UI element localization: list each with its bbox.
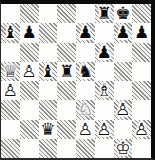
- square-a4[interactable]: ♙: [1, 81, 20, 100]
- square-f4[interactable]: ♗: [95, 81, 114, 100]
- square-e1[interactable]: [76, 139, 95, 158]
- piece-white-bishop: ♗: [97, 82, 112, 99]
- piece-white-pawn: ♙: [78, 121, 93, 138]
- chess-board: ♜♚♝♟♟♟♟♟♕♙♝♜♞♙♗♘♙♛♙♙♙♔: [1, 4, 151, 158]
- square-h3[interactable]: [132, 100, 151, 119]
- square-h8[interactable]: [132, 4, 151, 23]
- square-b1[interactable]: [20, 139, 39, 158]
- piece-black-pawn: ♟: [115, 24, 130, 41]
- square-d8[interactable]: [57, 4, 76, 23]
- square-g1[interactable]: ♔: [114, 139, 133, 158]
- square-b8[interactable]: [20, 4, 39, 23]
- square-b6[interactable]: [20, 43, 39, 62]
- square-d2[interactable]: [57, 120, 76, 139]
- square-c2[interactable]: ♛: [39, 120, 58, 139]
- square-e3[interactable]: ♘: [76, 100, 95, 119]
- square-c7[interactable]: [39, 23, 58, 42]
- square-a1[interactable]: [1, 139, 20, 158]
- square-c4[interactable]: [39, 81, 58, 100]
- square-d4[interactable]: [57, 81, 76, 100]
- square-f6[interactable]: ♟: [95, 43, 114, 62]
- square-g5[interactable]: [114, 62, 133, 81]
- square-g2[interactable]: [114, 120, 133, 139]
- square-a3[interactable]: [1, 100, 20, 119]
- piece-black-king: ♚: [115, 5, 130, 22]
- square-b3[interactable]: [20, 100, 39, 119]
- square-d7[interactable]: [57, 23, 76, 42]
- square-f8[interactable]: ♜: [95, 4, 114, 23]
- square-e4[interactable]: [76, 81, 95, 100]
- square-h2[interactable]: ♙: [132, 120, 151, 139]
- square-g4[interactable]: [114, 81, 133, 100]
- square-h4[interactable]: [132, 81, 151, 100]
- square-g3[interactable]: ♙: [114, 100, 133, 119]
- square-d1[interactable]: [57, 139, 76, 158]
- square-g6[interactable]: [114, 43, 133, 62]
- piece-black-pawn: ♟: [97, 44, 112, 61]
- square-c8[interactable]: [39, 4, 58, 23]
- square-b7[interactable]: ♟: [20, 23, 39, 42]
- piece-white-pawn: ♙: [97, 121, 112, 138]
- square-e6[interactable]: [76, 43, 95, 62]
- square-a2[interactable]: [1, 120, 20, 139]
- square-a7[interactable]: ♝: [1, 23, 20, 42]
- square-b2[interactable]: [20, 120, 39, 139]
- square-b4[interactable]: [20, 81, 39, 100]
- square-h6[interactable]: [132, 43, 151, 62]
- piece-black-bishop: ♝: [40, 63, 55, 80]
- piece-white-knight: ♘: [78, 101, 93, 118]
- chess-diagram: ♜♚♝♟♟♟♟♟♕♙♝♜♞♙♗♘♙♛♙♙♙♔: [0, 0, 155, 160]
- square-f1[interactable]: [95, 139, 114, 158]
- piece-white-pawn: ♙: [115, 101, 130, 118]
- piece-black-pawn: ♟: [134, 24, 149, 41]
- piece-black-rook: ♜: [97, 5, 112, 22]
- square-c5[interactable]: ♝: [39, 62, 58, 81]
- square-b5[interactable]: ♙: [20, 62, 39, 81]
- square-e2[interactable]: ♙: [76, 120, 95, 139]
- square-c6[interactable]: [39, 43, 58, 62]
- square-e5[interactable]: ♞: [76, 62, 95, 81]
- square-c3[interactable]: [39, 100, 58, 119]
- piece-black-bishop: ♝: [3, 24, 18, 41]
- piece-black-queen: ♛: [40, 121, 55, 138]
- piece-white-pawn: ♙: [134, 121, 149, 138]
- piece-black-pawn: ♟: [78, 24, 93, 41]
- square-e8[interactable]: [76, 4, 95, 23]
- square-a8[interactable]: [1, 4, 20, 23]
- square-a6[interactable]: [1, 43, 20, 62]
- square-d5[interactable]: ♜: [57, 62, 76, 81]
- square-h1[interactable]: [132, 139, 151, 158]
- piece-black-knight: ♞: [78, 63, 93, 80]
- square-d3[interactable]: [57, 100, 76, 119]
- square-a5[interactable]: ♕: [1, 62, 20, 81]
- piece-white-pawn: ♙: [22, 63, 37, 80]
- piece-black-rook: ♜: [59, 63, 74, 80]
- square-f3[interactable]: [95, 100, 114, 119]
- piece-white-pawn: ♙: [3, 82, 18, 99]
- square-h5[interactable]: [132, 62, 151, 81]
- piece-white-king: ♔: [115, 140, 130, 157]
- square-e7[interactable]: ♟: [76, 23, 95, 42]
- square-h7[interactable]: ♟: [132, 23, 151, 42]
- square-c1[interactable]: [39, 139, 58, 158]
- square-g8[interactable]: ♚: [114, 4, 133, 23]
- piece-black-pawn: ♟: [22, 24, 37, 41]
- square-g7[interactable]: ♟: [114, 23, 133, 42]
- piece-white-queen: ♕: [3, 63, 18, 80]
- square-f7[interactable]: [95, 23, 114, 42]
- square-f5[interactable]: [95, 62, 114, 81]
- square-f2[interactable]: ♙: [95, 120, 114, 139]
- square-d6[interactable]: [57, 43, 76, 62]
